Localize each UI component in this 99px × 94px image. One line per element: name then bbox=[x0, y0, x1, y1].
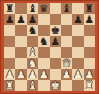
square-d2[interactable]: ♟ bbox=[38, 69, 49, 80]
square-f8[interactable]: ♝ bbox=[61, 3, 72, 14]
black-rook-a8[interactable]: ♜ bbox=[5, 3, 14, 13]
square-h5[interactable] bbox=[84, 36, 95, 47]
square-g6[interactable] bbox=[72, 25, 83, 36]
black-knight-c6[interactable]: ♞ bbox=[28, 25, 37, 35]
black-pawn-c7[interactable]: ♟ bbox=[28, 14, 37, 24]
white-bishop-c4[interactable]: ♝ bbox=[28, 47, 37, 57]
square-e4[interactable] bbox=[50, 47, 61, 58]
square-f7[interactable] bbox=[61, 14, 72, 25]
square-f6[interactable] bbox=[61, 25, 72, 36]
square-g4[interactable] bbox=[72, 47, 83, 58]
square-d3[interactable] bbox=[38, 58, 49, 69]
white-pawn-c2[interactable]: ♟ bbox=[28, 69, 37, 79]
square-e1[interactable]: ♚ bbox=[50, 80, 61, 91]
chess-app-window: ♜♝♛♝♜♟♟♟♟♟♞♚♞♟♝♞♛♟♟♟♟♟♟♟♜♝♚♜ bbox=[0, 0, 99, 94]
square-f1[interactable] bbox=[61, 80, 72, 91]
square-b1[interactable] bbox=[15, 80, 26, 91]
square-g3[interactable] bbox=[72, 58, 83, 69]
black-pawn-e5[interactable]: ♟ bbox=[50, 36, 59, 46]
square-e5[interactable]: ♟ bbox=[50, 36, 61, 47]
square-b3[interactable] bbox=[15, 58, 26, 69]
black-knight-d5[interactable]: ♞ bbox=[39, 36, 48, 46]
square-a7[interactable]: ♟ bbox=[4, 14, 15, 25]
square-b2[interactable]: ♟ bbox=[15, 69, 26, 80]
square-f3[interactable]: ♛ bbox=[61, 58, 72, 69]
black-pawn-h7[interactable]: ♟ bbox=[85, 14, 94, 24]
square-c8[interactable]: ♝ bbox=[27, 3, 38, 14]
black-pawn-a7[interactable]: ♟ bbox=[5, 14, 14, 24]
white-bishop-c1[interactable]: ♝ bbox=[28, 80, 37, 90]
square-f4[interactable] bbox=[61, 47, 72, 58]
square-f5[interactable] bbox=[61, 36, 72, 47]
square-b6[interactable] bbox=[15, 25, 26, 36]
black-queen-d8[interactable]: ♛ bbox=[39, 3, 48, 13]
white-king-e1[interactable]: ♚ bbox=[50, 80, 59, 90]
square-a3[interactable] bbox=[4, 58, 15, 69]
square-e7[interactable] bbox=[50, 14, 61, 25]
square-d8[interactable]: ♛ bbox=[38, 3, 49, 14]
square-g2[interactable]: ♟ bbox=[72, 69, 83, 80]
white-pawn-g2[interactable]: ♟ bbox=[73, 69, 82, 79]
square-e8[interactable] bbox=[50, 3, 61, 14]
black-bishop-c8[interactable]: ♝ bbox=[28, 3, 37, 13]
square-h3[interactable] bbox=[84, 58, 95, 69]
square-c1[interactable]: ♝ bbox=[27, 80, 38, 91]
square-h6[interactable] bbox=[84, 25, 95, 36]
white-knight-c3[interactable]: ♞ bbox=[28, 58, 37, 68]
square-f2[interactable]: ♟ bbox=[61, 69, 72, 80]
black-rook-h8[interactable]: ♜ bbox=[85, 3, 94, 13]
black-pawn-g7[interactable]: ♟ bbox=[73, 14, 82, 24]
square-c3[interactable]: ♞ bbox=[27, 58, 38, 69]
square-b8[interactable] bbox=[15, 3, 26, 14]
square-d4[interactable] bbox=[38, 47, 49, 58]
white-pawn-h2[interactable]: ♟ bbox=[85, 69, 94, 79]
square-b5[interactable] bbox=[15, 36, 26, 47]
square-a6[interactable] bbox=[4, 25, 15, 36]
square-g7[interactable]: ♟ bbox=[72, 14, 83, 25]
square-h7[interactable]: ♟ bbox=[84, 14, 95, 25]
square-d7[interactable] bbox=[38, 14, 49, 25]
square-c4[interactable]: ♝ bbox=[27, 47, 38, 58]
white-pawn-f2[interactable]: ♟ bbox=[62, 69, 71, 79]
chess-board: ♜♝♛♝♜♟♟♟♟♟♞♚♞♟♝♞♛♟♟♟♟♟♟♟♜♝♚♜ bbox=[4, 3, 95, 91]
square-d6[interactable] bbox=[38, 25, 49, 36]
white-pawn-b2[interactable]: ♟ bbox=[16, 69, 25, 79]
square-h1[interactable]: ♜ bbox=[84, 80, 95, 91]
square-b7[interactable]: ♟ bbox=[15, 14, 26, 25]
square-c5[interactable] bbox=[27, 36, 38, 47]
square-a8[interactable]: ♜ bbox=[4, 3, 15, 14]
white-pawn-a2[interactable]: ♟ bbox=[5, 69, 14, 79]
black-king-e6[interactable]: ♚ bbox=[50, 25, 59, 35]
square-e3[interactable] bbox=[50, 58, 61, 69]
square-h4[interactable] bbox=[84, 47, 95, 58]
square-h8[interactable]: ♜ bbox=[84, 3, 95, 14]
square-c6[interactable]: ♞ bbox=[27, 25, 38, 36]
square-g8[interactable] bbox=[72, 3, 83, 14]
square-h2[interactable]: ♟ bbox=[84, 69, 95, 80]
square-b4[interactable] bbox=[15, 47, 26, 58]
white-rook-a1[interactable]: ♜ bbox=[5, 80, 14, 90]
square-d1[interactable] bbox=[38, 80, 49, 91]
square-d5[interactable]: ♞ bbox=[38, 36, 49, 47]
square-a2[interactable]: ♟ bbox=[4, 69, 15, 80]
square-c7[interactable]: ♟ bbox=[27, 14, 38, 25]
white-rook-h1[interactable]: ♜ bbox=[85, 80, 94, 90]
square-g1[interactable] bbox=[72, 80, 83, 91]
square-c2[interactable]: ♟ bbox=[27, 69, 38, 80]
square-e6[interactable]: ♚ bbox=[50, 25, 61, 36]
white-pawn-d2[interactable]: ♟ bbox=[39, 69, 48, 79]
square-e2[interactable] bbox=[50, 69, 61, 80]
square-a1[interactable]: ♜ bbox=[4, 80, 15, 91]
square-a5[interactable] bbox=[4, 36, 15, 47]
black-bishop-f8[interactable]: ♝ bbox=[62, 3, 71, 13]
square-g5[interactable] bbox=[72, 36, 83, 47]
white-queen-f3[interactable]: ♛ bbox=[62, 58, 71, 68]
black-pawn-b7[interactable]: ♟ bbox=[16, 14, 25, 24]
square-a4[interactable] bbox=[4, 47, 15, 58]
board-frame: ♜♝♛♝♜♟♟♟♟♟♞♚♞♟♝♞♛♟♟♟♟♟♟♟♜♝♚♜ bbox=[0, 0, 99, 94]
